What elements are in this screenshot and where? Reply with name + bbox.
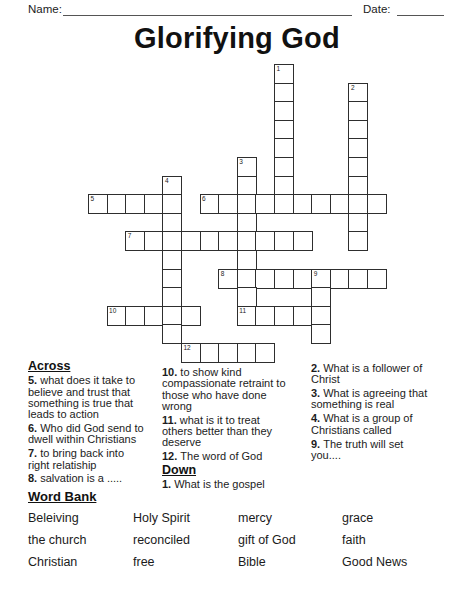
- clue-line: deserve: [162, 437, 311, 448]
- grid-cell[interactable]: 5: [88, 194, 108, 214]
- grid-cell[interactable]: [274, 306, 294, 326]
- clue-item: 5. what does it take tobelieve and trust…: [28, 375, 161, 420]
- word-bank-header: Word Bank: [28, 489, 96, 504]
- clue-list-header: Across: [28, 361, 161, 372]
- grid-cell[interactable]: [293, 231, 313, 251]
- grid-cell[interactable]: [274, 101, 294, 121]
- grid-cell[interactable]: [330, 194, 350, 214]
- word-bank-word: Good News: [342, 555, 467, 569]
- grid-cell[interactable]: [125, 194, 145, 214]
- clue-line: leads to action: [28, 409, 161, 420]
- grid-cell[interactable]: 8: [218, 269, 238, 289]
- clue-number-label: 1: [277, 65, 281, 72]
- grid-cell[interactable]: [348, 269, 368, 289]
- word-bank-word: Bible: [238, 555, 342, 569]
- clue-number: 3.: [311, 387, 323, 399]
- grid-cell[interactable]: [237, 213, 257, 233]
- clues-middle-column: 10. to show kindcompassionate retraint t…: [162, 367, 311, 493]
- clue-line: 8. salvation is a .....: [28, 473, 161, 484]
- grid-cell[interactable]: [274, 269, 294, 289]
- grid-cell[interactable]: [162, 306, 182, 326]
- grid-cell[interactable]: [274, 83, 294, 103]
- clue-number: 8.: [28, 472, 40, 484]
- grid-cell[interactable]: [274, 120, 294, 140]
- grid-cell[interactable]: [218, 231, 238, 251]
- name-label: Name:: [28, 3, 62, 15]
- grid-cell[interactable]: [311, 287, 331, 307]
- grid-cell[interactable]: [348, 101, 368, 121]
- grid-cell[interactable]: [293, 269, 313, 289]
- clue-number-label: 12: [184, 344, 191, 351]
- grid-cell[interactable]: [144, 231, 164, 251]
- word-bank-word: the church: [28, 533, 133, 547]
- grid-cell[interactable]: [237, 343, 257, 363]
- clue-number: 11.: [162, 414, 180, 426]
- clue-number-label: 6: [202, 195, 206, 202]
- word-bank-word: grace: [342, 511, 467, 525]
- clue-item: 9. The truth will setyou....: [311, 439, 469, 462]
- grid-cell[interactable]: [274, 138, 294, 158]
- word-bank-word: Christian: [28, 555, 133, 569]
- word-bank-word: mercy: [238, 511, 342, 525]
- grid-cell[interactable]: [274, 231, 294, 251]
- grid-cell[interactable]: [348, 157, 368, 177]
- clue-line: 7. to bring back into: [28, 448, 161, 459]
- grid-cell[interactable]: [162, 213, 182, 233]
- grid-cell[interactable]: 6: [200, 194, 220, 214]
- clue-line: Christians called: [311, 425, 469, 436]
- clue-number-label: 7: [128, 232, 132, 239]
- grid-cell[interactable]: 1: [274, 64, 294, 84]
- clue-number: 1.: [162, 478, 174, 490]
- clue-line: dwell within Christians: [28, 434, 161, 445]
- grid-cell[interactable]: [237, 194, 257, 214]
- clue-line: something is real: [311, 399, 469, 410]
- name-input-line[interactable]: [63, 3, 352, 16]
- clue-line: 1. What is the gospel: [162, 479, 311, 490]
- word-bank-word: gift of God: [238, 533, 342, 547]
- grid-cell[interactable]: [348, 213, 368, 233]
- clue-item: 3. What is agreeing thatsomething is rea…: [311, 388, 469, 411]
- grid-cell[interactable]: [144, 194, 164, 214]
- grid-cell[interactable]: [237, 287, 257, 307]
- grid-cell[interactable]: [367, 269, 387, 289]
- grid-cell[interactable]: [274, 157, 294, 177]
- grid-cell[interactable]: [162, 250, 182, 270]
- grid-cell[interactable]: [162, 287, 182, 307]
- grid-cell[interactable]: [144, 306, 164, 326]
- puzzle-title: Glorifying God: [0, 22, 474, 55]
- crossword-grid: 123456789101112: [88, 64, 388, 364]
- grid-cell[interactable]: [200, 231, 220, 251]
- grid-cell[interactable]: [330, 269, 350, 289]
- clue-number-label: 8: [221, 270, 225, 277]
- word-bank-word: reconciled: [133, 533, 238, 547]
- clue-number: 4.: [311, 412, 323, 424]
- date-input-line[interactable]: [397, 3, 444, 16]
- clue-list-header: Down: [162, 465, 311, 476]
- grid-cell[interactable]: [311, 194, 331, 214]
- clue-line: Christ: [311, 374, 469, 385]
- grid-cell[interactable]: 9: [311, 269, 331, 289]
- clue-number: 2.: [311, 362, 323, 374]
- clue-line: 12. The word of God: [162, 451, 311, 462]
- clue-number-label: 4: [165, 177, 169, 184]
- clue-item: 10. to show kindcompassionate retraint t…: [162, 367, 311, 412]
- clue-number: 7.: [28, 447, 40, 459]
- clue-item: 11. what is it to treatothers better tha…: [162, 415, 311, 449]
- grid-cell[interactable]: [348, 138, 368, 158]
- clue-line: compassionate retraint to: [162, 378, 311, 389]
- grid-cell[interactable]: [274, 176, 294, 196]
- clue-item: 12. The word of God: [162, 451, 311, 462]
- clue-item: 1. What is the gospel: [162, 479, 311, 490]
- clue-line: 5. what does it take to: [28, 375, 161, 386]
- grid-cell[interactable]: [255, 194, 275, 214]
- clues-down-column: 2. What is a follower ofChrist3. What is…: [311, 363, 469, 464]
- word-bank-word: Beleiving: [28, 511, 133, 525]
- clue-item: 6. Who did God send todwell within Chris…: [28, 423, 161, 446]
- grid-cell[interactable]: [348, 194, 368, 214]
- clue-line: you....: [311, 450, 469, 461]
- grid-cell[interactable]: 3: [237, 157, 257, 177]
- clue-number-label: 11: [239, 307, 246, 314]
- grid-cell[interactable]: [218, 343, 238, 363]
- clue-number: 6.: [28, 422, 40, 434]
- grid-cell[interactable]: [311, 324, 331, 344]
- clue-number-label: 3: [239, 158, 243, 165]
- grid-cell[interactable]: [125, 306, 145, 326]
- grid-cell[interactable]: [348, 231, 368, 251]
- grid-cell[interactable]: [162, 269, 182, 289]
- grid-cell[interactable]: [237, 231, 257, 251]
- grid-cell[interactable]: [255, 343, 275, 363]
- grid-cell[interactable]: [293, 306, 313, 326]
- clue-line: right relatiship: [28, 460, 161, 471]
- word-bank-word: free: [133, 555, 238, 569]
- grid-cell[interactable]: 10: [107, 306, 127, 326]
- clue-number: 5.: [28, 374, 40, 386]
- grid-cell[interactable]: [237, 250, 257, 270]
- word-bank-word: faith: [342, 533, 467, 547]
- grid-cell[interactable]: [162, 194, 182, 214]
- date-label: Date:: [363, 3, 391, 15]
- grid-cell[interactable]: [181, 306, 201, 326]
- grid-cell[interactable]: [218, 194, 238, 214]
- clue-number-label: 2: [351, 84, 355, 91]
- clue-number: 12.: [162, 450, 180, 462]
- clue-item: 8. salvation is a .....: [28, 473, 161, 484]
- clue-number-label: 9: [314, 270, 318, 277]
- grid-cell[interactable]: 12: [181, 343, 201, 363]
- grid-cell[interactable]: 2: [348, 83, 368, 103]
- grid-cell[interactable]: [255, 306, 275, 326]
- grid-cell[interactable]: [162, 231, 182, 251]
- grid-cell[interactable]: [237, 269, 257, 289]
- clue-item: 4. What is a group ofChristians called: [311, 413, 469, 436]
- grid-cell[interactable]: [367, 194, 387, 214]
- grid-cell[interactable]: [293, 194, 313, 214]
- clue-item: 2. What is a follower ofChrist: [311, 363, 469, 386]
- clue-number-label: 5: [91, 195, 95, 202]
- grid-cell[interactable]: [348, 120, 368, 140]
- clue-number: 9.: [311, 438, 323, 450]
- clue-line: wrong: [162, 401, 311, 412]
- grid-cell[interactable]: 11: [237, 306, 257, 326]
- worksheet-page: Name: Date: Glorifying God 1234567891011…: [0, 0, 474, 613]
- clue-item: 7. to bring back intoright relatiship: [28, 448, 161, 471]
- grid-cell[interactable]: [348, 176, 368, 196]
- grid-cell[interactable]: [255, 231, 275, 251]
- grid-cell[interactable]: [311, 306, 331, 326]
- grid-cell[interactable]: [200, 343, 220, 363]
- clue-line: 4. What is a group of: [311, 413, 469, 424]
- clue-number-label: 10: [109, 307, 116, 314]
- grid-cell[interactable]: 4: [162, 176, 182, 196]
- grid-cell[interactable]: [162, 324, 182, 344]
- grid-cell[interactable]: [255, 269, 275, 289]
- word-bank-word: Holy Spirit: [133, 511, 238, 525]
- word-bank-list: BeleivingHoly Spiritmercygracethe church…: [28, 507, 467, 573]
- grid-cell[interactable]: [237, 176, 257, 196]
- grid-cell[interactable]: 7: [125, 231, 145, 251]
- clues-across-column: Across5. what does it take tobelieve and…: [28, 361, 161, 487]
- grid-cell[interactable]: [274, 194, 294, 214]
- grid-cell[interactable]: [107, 194, 127, 214]
- grid-cell[interactable]: [181, 231, 201, 251]
- clue-number: 10.: [162, 366, 180, 378]
